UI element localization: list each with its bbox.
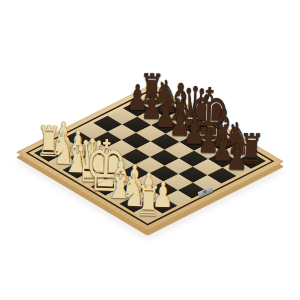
product-photo: ♜♞♝♛♚♝♞♜♟♟♟♟♟♟♟♟♟♟♟♟♟♟♟♟♜♞♝♛♚♝♞♜ (0, 0, 300, 300)
piece-black-pawn[interactable]: ♟ (225, 140, 248, 176)
clasp-pin-icon (202, 190, 207, 194)
chess-board: ♜♞♝♛♚♝♞♜♟♟♟♟♟♟♟♟♟♟♟♟♟♟♟♟♜♞♝♛♚♝♞♜ (16, 83, 285, 231)
piece-white-rook[interactable]: ♜ (135, 180, 161, 222)
square-h1[interactable]: ♜ (134, 205, 163, 221)
